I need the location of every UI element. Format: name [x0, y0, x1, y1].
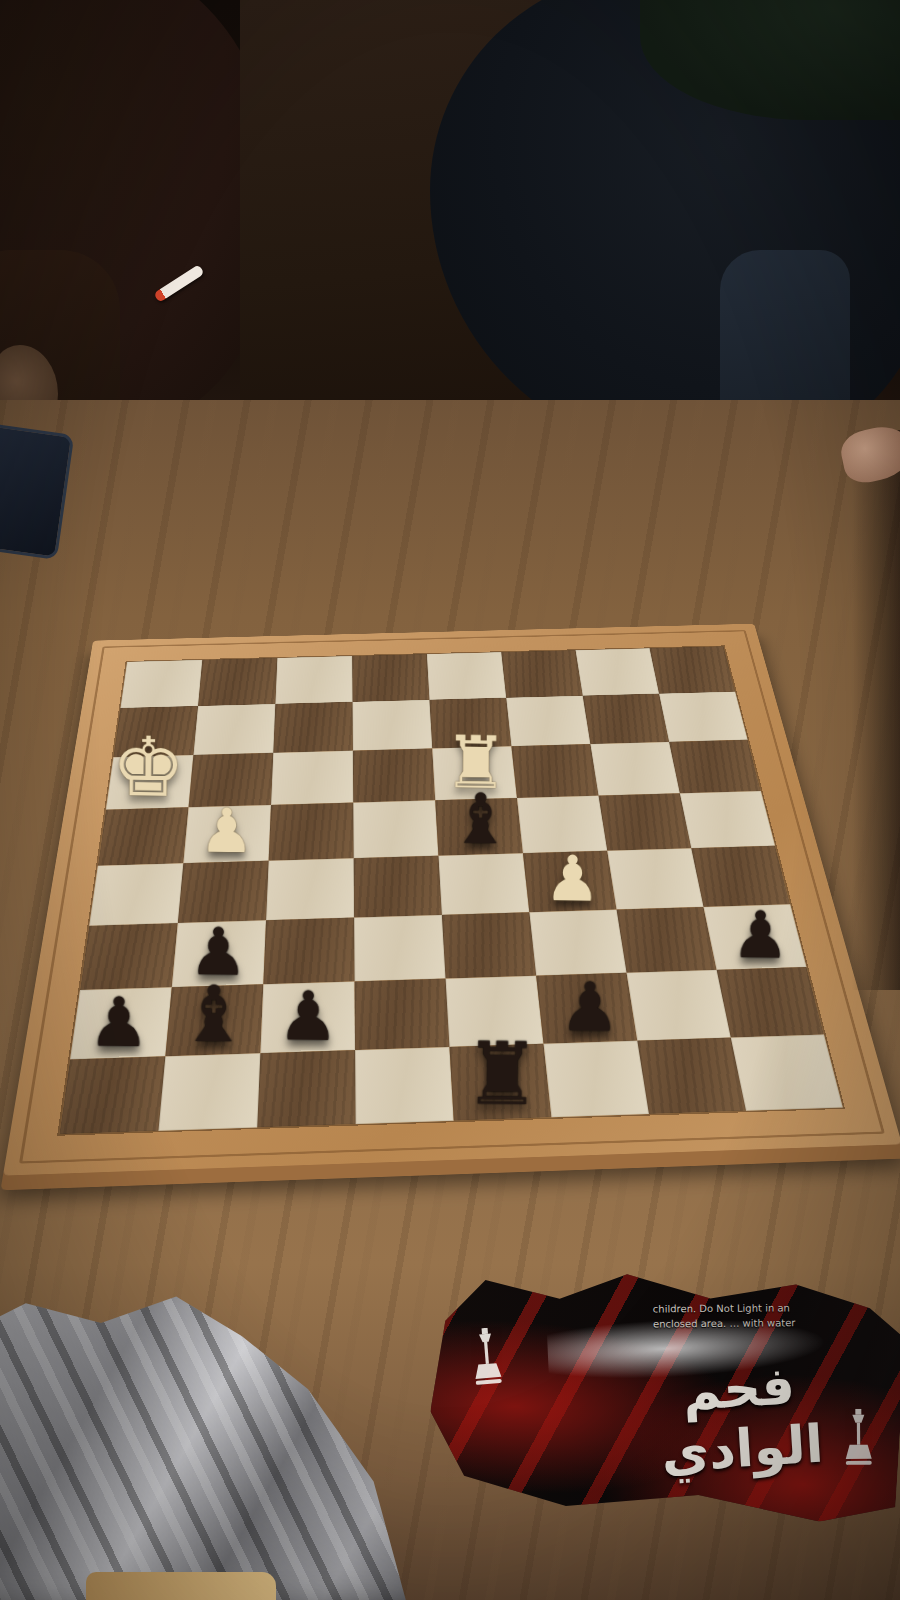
board-square[interactable] [438, 853, 529, 915]
board-square[interactable] [355, 979, 450, 1050]
board-square[interactable]: ♝ [165, 984, 263, 1056]
board-square[interactable]: ♟ [523, 851, 617, 913]
black-bishop[interactable]: ♝ [438, 784, 523, 854]
board-square[interactable] [427, 652, 506, 700]
dark-room-background [0, 0, 900, 460]
black-pawn[interactable]: ♟ [543, 973, 637, 1042]
chess-board: ♚♜♟♝♟♟♟♟♝♟♟♜ [3, 624, 900, 1176]
board-square[interactable] [669, 740, 761, 794]
black-bishop[interactable]: ♝ [166, 975, 261, 1053]
board-square[interactable] [627, 970, 731, 1041]
board-square[interactable] [354, 856, 442, 918]
board-square[interactable] [263, 918, 354, 985]
board-square[interactable] [352, 654, 429, 702]
board-square[interactable] [607, 848, 703, 909]
board-square[interactable] [269, 803, 354, 861]
board-square[interactable] [353, 700, 433, 751]
board-square[interactable] [59, 1056, 165, 1134]
board-square[interactable]: ♝ [435, 798, 523, 856]
board-square[interactable] [590, 742, 679, 796]
board-square[interactable] [506, 696, 590, 747]
board-square[interactable] [353, 800, 438, 858]
board-square[interactable] [717, 967, 824, 1038]
board-square[interactable] [80, 923, 178, 990]
board-square[interactable] [617, 907, 717, 973]
board-square[interactable] [511, 744, 598, 798]
board-square[interactable] [599, 793, 692, 850]
white-pawn[interactable]: ♟ [529, 847, 617, 911]
board-square[interactable] [659, 692, 748, 742]
board-grid: ♚♜♟♝♟♟♟♟♝♟♟♜ [59, 646, 842, 1134]
black-pawn[interactable]: ♟ [261, 982, 356, 1051]
board-square[interactable] [650, 646, 736, 693]
board-square[interactable]: ♚ [106, 755, 194, 810]
black-rook[interactable]: ♜ [453, 1031, 551, 1118]
board-square[interactable] [273, 702, 353, 753]
black-pawn[interactable]: ♟ [71, 988, 167, 1057]
board-square[interactable] [353, 748, 435, 802]
board-square[interactable] [198, 658, 277, 706]
board-square[interactable]: ♟ [183, 805, 271, 863]
board-square[interactable] [583, 694, 669, 744]
board-square[interactable]: ♟ [536, 973, 637, 1044]
board-square[interactable] [637, 1038, 746, 1114]
board-square[interactable] [529, 910, 626, 976]
board-square[interactable] [544, 1041, 649, 1118]
board-square[interactable]: ♟ [70, 987, 172, 1059]
board-square[interactable] [576, 648, 660, 695]
board-square[interactable] [731, 1035, 843, 1111]
board-square[interactable]: ♜ [449, 1044, 551, 1121]
hookah-icon [469, 1327, 503, 1387]
board-square[interactable] [120, 660, 202, 708]
white-pawn[interactable]: ♟ [184, 800, 270, 862]
charcoal-brand-arabic: فحم الوادي [596, 1350, 885, 1487]
board-square[interactable] [355, 1047, 454, 1124]
board-square[interactable]: ♟ [704, 904, 807, 970]
board-square[interactable] [257, 1050, 355, 1127]
board-square[interactable]: ♟ [260, 981, 355, 1053]
black-pawn[interactable]: ♟ [715, 902, 805, 968]
white-king[interactable]: ♚ [107, 726, 190, 809]
board-square[interactable] [271, 751, 353, 805]
board-square[interactable] [98, 807, 189, 865]
board-square[interactable] [354, 915, 445, 981]
warning-line-2: enclosed area. … with water [653, 1317, 796, 1329]
board-square[interactable] [89, 863, 183, 926]
board-square[interactable] [158, 1053, 260, 1131]
photo-scene: ♚♜♟♝♟♟♟♟♝♟♟♜ children. Do Not Light in a… [0, 0, 900, 1600]
board-square[interactable] [501, 650, 582, 698]
board-edge-shadow [852, 430, 900, 990]
table-edge-item [86, 1572, 276, 1600]
board-square[interactable] [193, 704, 275, 755]
warning-line-1: children. Do Not Light in an [653, 1302, 790, 1314]
board-square[interactable] [442, 912, 536, 978]
hookah-icon [843, 1408, 874, 1466]
board-square[interactable] [275, 656, 352, 704]
board-square[interactable] [266, 858, 354, 920]
board-square[interactable] [680, 791, 775, 848]
